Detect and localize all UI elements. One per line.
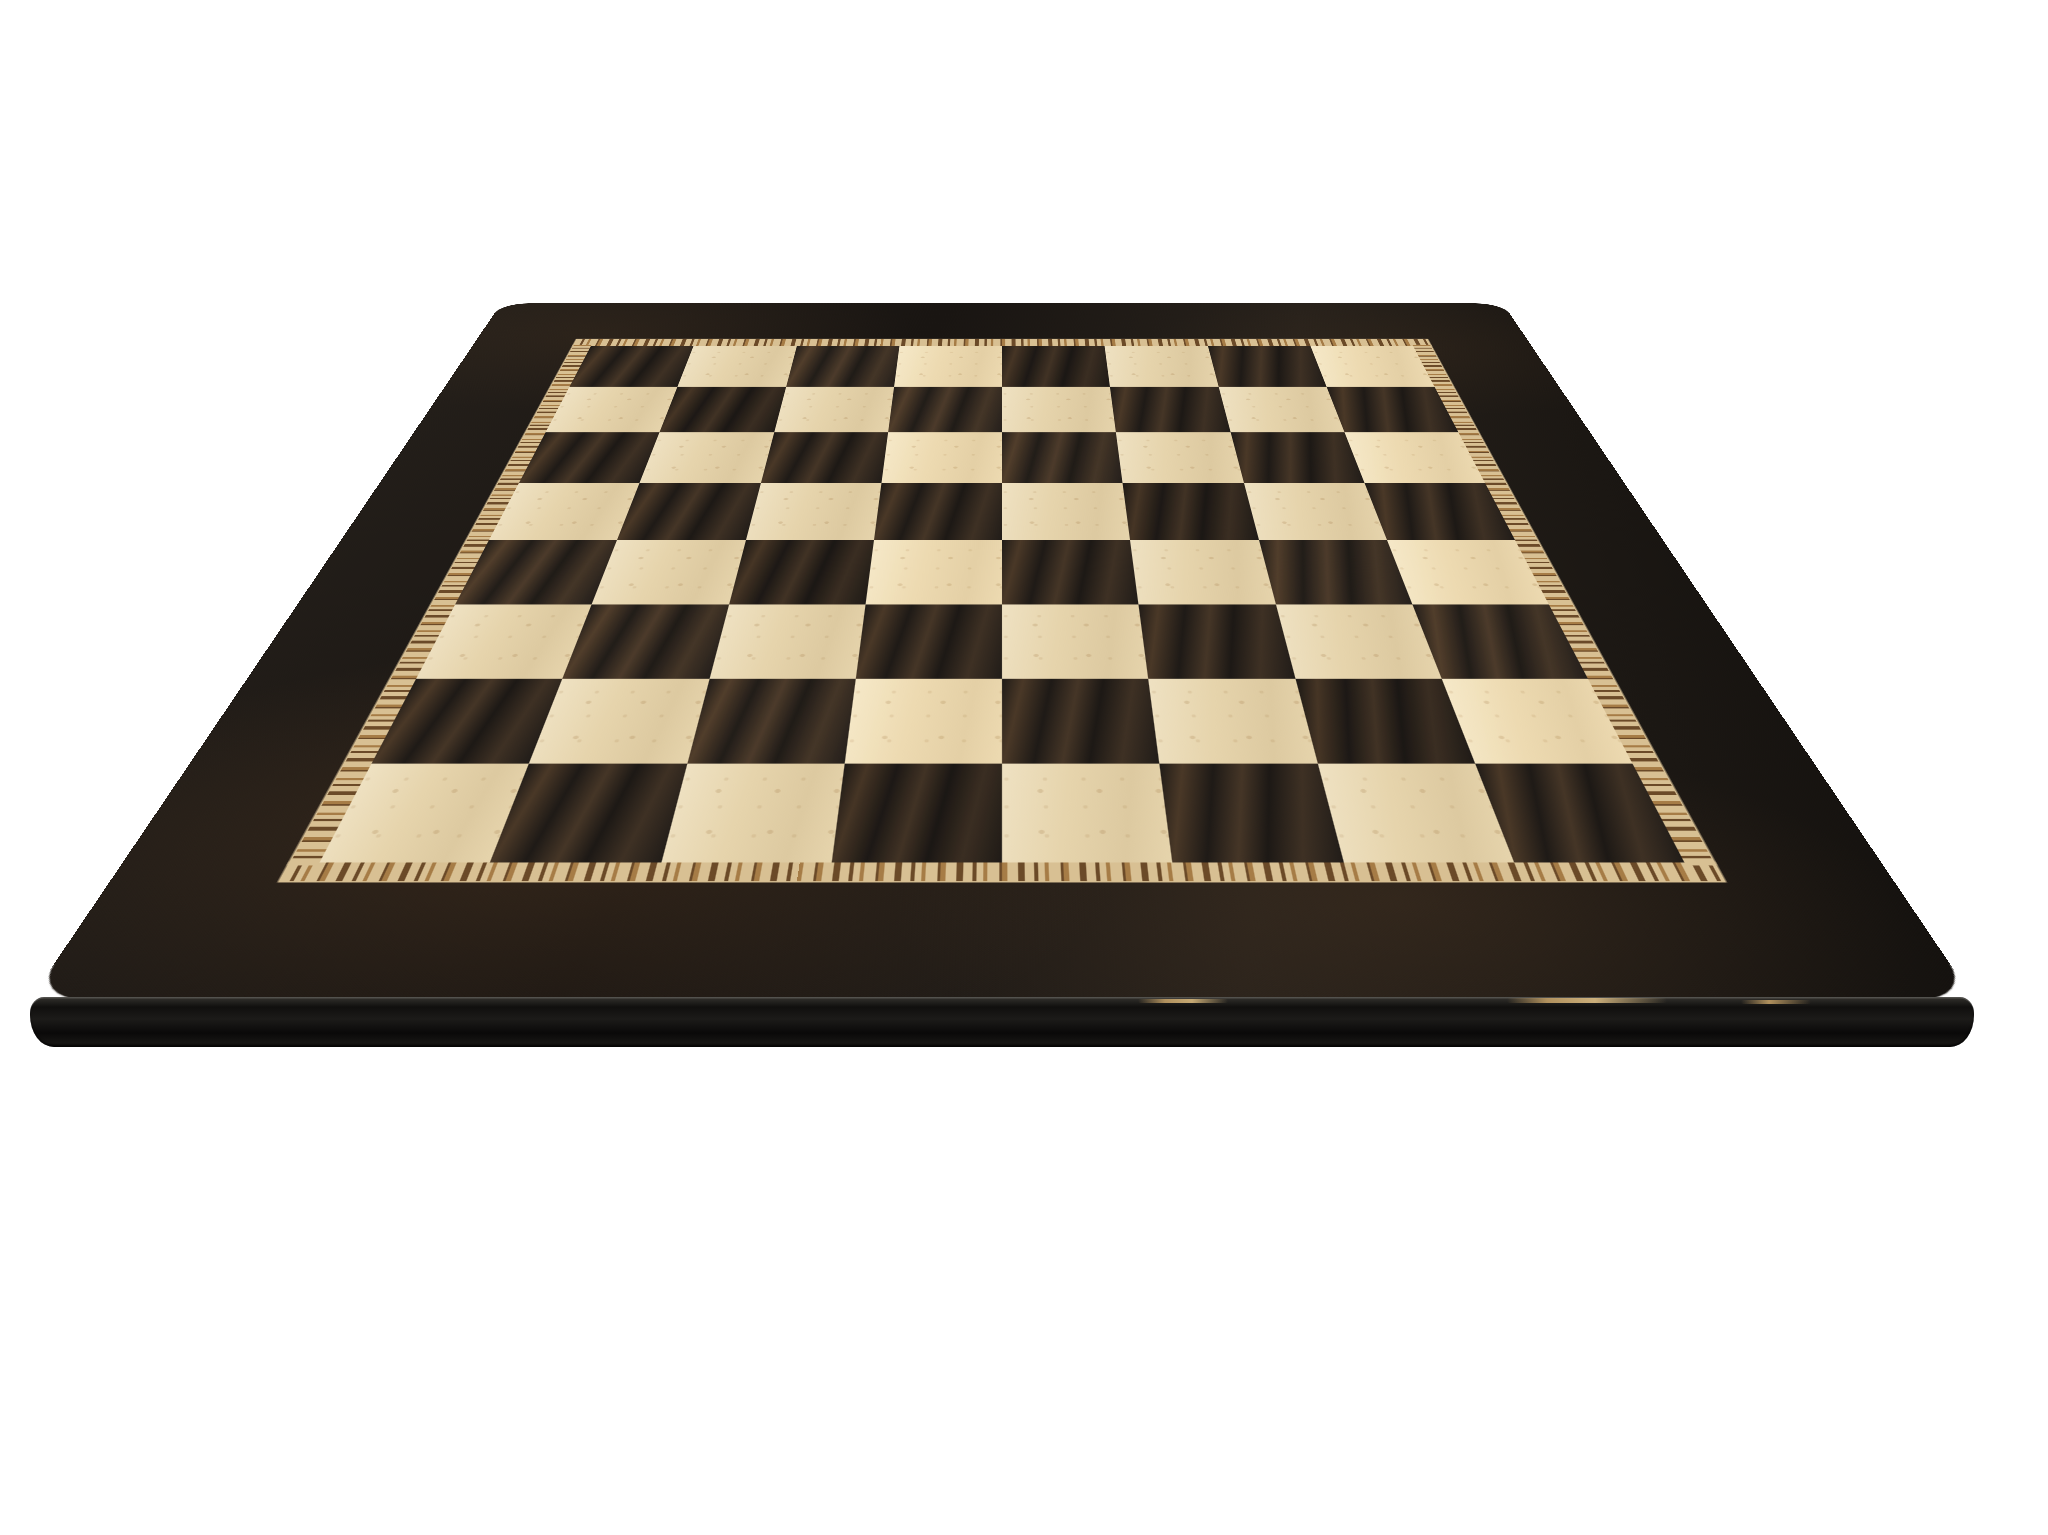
edge-scuff (1507, 998, 1667, 1003)
square-a7 (1326, 387, 1458, 432)
square-e2 (844, 678, 1002, 763)
square-e5 (874, 483, 1002, 540)
square-h8 (570, 346, 694, 387)
inlay-border-top (573, 339, 1430, 346)
square-g7 (660, 387, 786, 432)
square-c7 (1110, 387, 1230, 432)
square-d6 (1002, 432, 1123, 483)
square-d2 (1002, 678, 1160, 763)
square-f7 (774, 387, 894, 432)
square-b4 (1259, 540, 1413, 605)
square-c1 (1160, 763, 1344, 862)
square-d7 (1002, 387, 1116, 432)
square-f6 (760, 432, 887, 483)
board-front-edge (30, 997, 1974, 1047)
playing-area (320, 346, 1685, 863)
square-d1 (1002, 763, 1173, 862)
square-b6 (1230, 432, 1364, 483)
square-f5 (746, 483, 882, 540)
photo-canvas: { "game": { "name": "chess", "board_size… (0, 0, 2048, 1535)
square-e7 (888, 387, 1002, 432)
square-c2 (1148, 678, 1317, 763)
square-g8 (678, 346, 797, 387)
square-a8 (1310, 346, 1434, 387)
square-g3 (563, 605, 729, 679)
edge-scuff (1138, 999, 1228, 1003)
square-g6 (640, 432, 774, 483)
inlay-border-bottom (280, 862, 1724, 881)
square-c6 (1116, 432, 1243, 483)
square-e1 (831, 763, 1002, 862)
square-d4 (1002, 540, 1139, 605)
square-c8 (1105, 346, 1218, 387)
square-e3 (856, 605, 1002, 679)
square-g5 (617, 483, 760, 540)
square-f4 (729, 540, 874, 605)
square-c4 (1130, 540, 1275, 605)
square-f1 (661, 763, 845, 862)
edge-scuff (1741, 1000, 1811, 1004)
square-c5 (1123, 483, 1259, 540)
square-e4 (865, 540, 1002, 605)
square-e8 (894, 346, 1002, 387)
square-e6 (881, 432, 1002, 483)
square-c3 (1139, 605, 1295, 679)
square-b8 (1207, 346, 1326, 387)
square-d5 (1002, 483, 1130, 540)
square-b5 (1244, 483, 1387, 540)
square-g4 (592, 540, 746, 605)
square-b7 (1218, 387, 1344, 432)
chessboard-photo (0, 0, 2048, 1535)
square-h7 (546, 387, 678, 432)
square-d8 (1002, 346, 1110, 387)
square-f2 (687, 678, 856, 763)
chess-board (30, 303, 1974, 999)
square-f3 (709, 605, 865, 679)
square-d3 (1002, 605, 1148, 679)
square-f8 (786, 346, 899, 387)
